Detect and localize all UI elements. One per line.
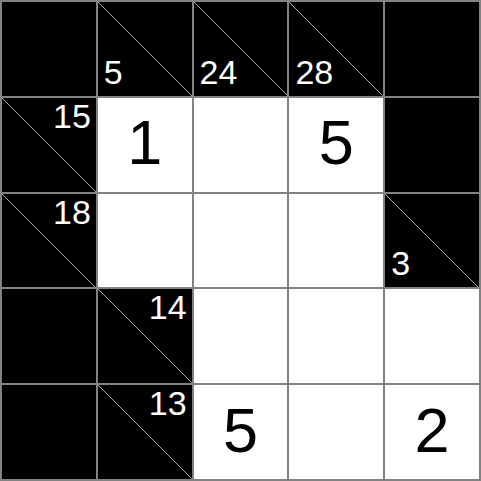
block-cell-r0c4 xyxy=(385,2,479,96)
entry-cell-r1c1[interactable]: 1 xyxy=(98,98,192,192)
entry-cell-r3c4[interactable] xyxy=(385,289,479,383)
clue-cell-r4c1: 13 xyxy=(98,385,192,479)
clue-cell-r1c0: 15 xyxy=(2,98,96,192)
clue-cell-r2c0: 18 xyxy=(2,194,96,288)
block-cell-r4c0 xyxy=(2,385,96,479)
clue-cell-r3c1: 14 xyxy=(98,289,192,383)
across-clue: 18 xyxy=(53,195,91,229)
across-clue: 15 xyxy=(53,99,91,133)
clue-cell-r0c1: 5 xyxy=(98,2,192,96)
entry-cell-r3c2[interactable] xyxy=(194,289,288,383)
entry-cell-r2c3[interactable] xyxy=(289,194,383,288)
entry-value: 5 xyxy=(319,111,354,174)
entry-value: 2 xyxy=(415,399,450,462)
clue-cell-r2c4: 3 xyxy=(385,194,479,288)
down-clue: 5 xyxy=(104,55,123,89)
block-cell-r0c0 xyxy=(2,2,96,96)
down-clue: 3 xyxy=(391,246,410,280)
down-clue: 28 xyxy=(295,55,333,89)
entry-value: 1 xyxy=(127,111,162,174)
kakuro-board: 524281515183141352 xyxy=(0,0,481,481)
block-cell-r1c4 xyxy=(385,98,479,192)
entry-cell-r1c2[interactable] xyxy=(194,98,288,192)
entry-cell-r2c2[interactable] xyxy=(194,194,288,288)
block-cell-r3c0 xyxy=(2,289,96,383)
entry-cell-r4c3[interactable] xyxy=(289,385,383,479)
across-clue: 14 xyxy=(149,290,187,324)
clue-cell-r0c2: 24 xyxy=(194,2,288,96)
entry-cell-r1c3[interactable]: 5 xyxy=(289,98,383,192)
entry-cell-r2c1[interactable] xyxy=(98,194,192,288)
across-clue: 13 xyxy=(149,386,187,420)
entry-value: 5 xyxy=(223,399,258,462)
down-clue: 24 xyxy=(200,55,238,89)
entry-cell-r3c3[interactable] xyxy=(289,289,383,383)
entry-cell-r4c4[interactable]: 2 xyxy=(385,385,479,479)
clue-cell-r0c3: 28 xyxy=(289,2,383,96)
entry-cell-r4c2[interactable]: 5 xyxy=(194,385,288,479)
